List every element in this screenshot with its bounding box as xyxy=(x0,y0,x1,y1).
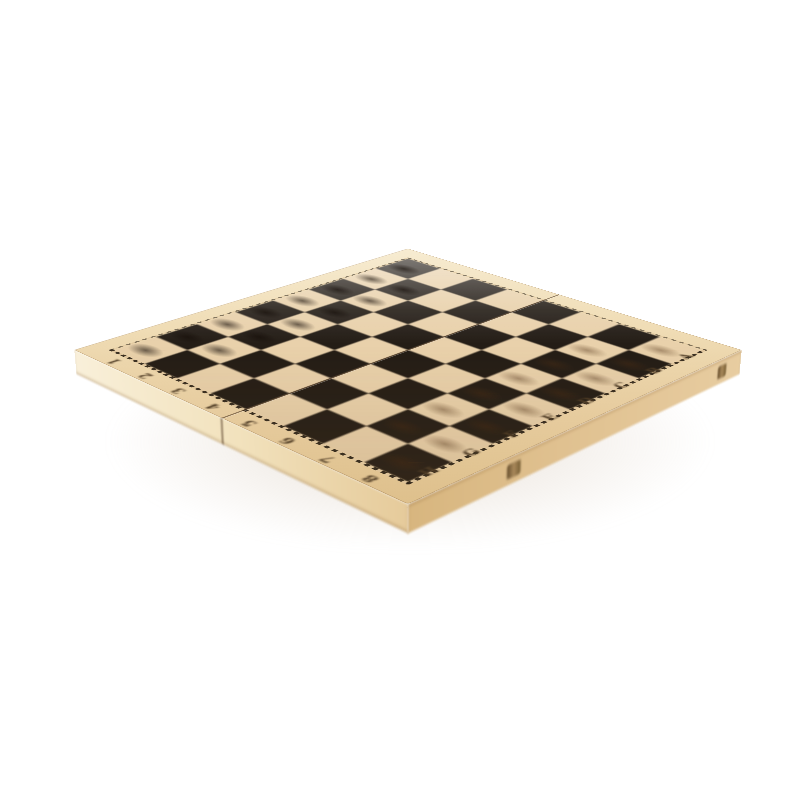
white-rook-glyph: ♜ xyxy=(382,411,433,468)
brass-hinge xyxy=(717,363,726,379)
product-photo-scene: 12345678 ABCDEFGH ♜♞♝♛♚♝♞♜♟♟♟♟♟♟♟♟♟♟♟♟♜♞… xyxy=(0,0,800,800)
brass-clasp xyxy=(507,460,521,480)
fold-seam-side xyxy=(220,418,223,445)
